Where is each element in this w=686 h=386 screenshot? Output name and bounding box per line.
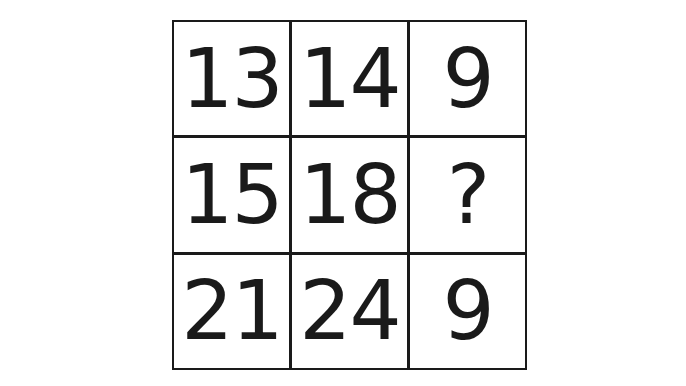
cell-r2c3-unknown: ? [410,138,525,251]
cell-r2c1: 15 [174,138,289,251]
cell-r1c1: 13 [174,22,289,135]
cell-r2c2: 18 [292,138,407,251]
cell-r3c1: 21 [174,255,289,368]
cell-r1c3: 9 [410,22,525,135]
cell-r3c3: 9 [410,255,525,368]
cell-r3c2: 24 [292,255,407,368]
cell-r1c2: 14 [292,22,407,135]
puzzle-grid: 13 14 9 15 18 ? 21 24 9 [172,20,527,370]
